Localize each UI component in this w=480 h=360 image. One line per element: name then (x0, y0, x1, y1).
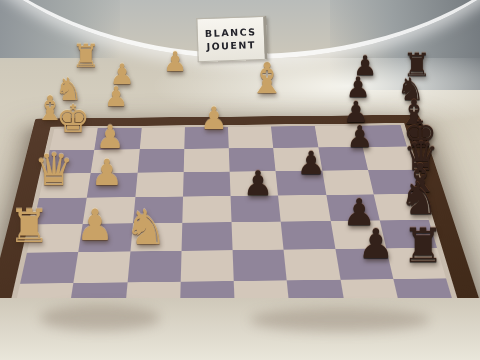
board-reflection (250, 308, 430, 332)
piece-black-pawn-a7[interactable]: ♟ (358, 224, 395, 265)
piece-white-rook-a1[interactable]: ♜ (8, 203, 49, 249)
piece-white-knight-a3[interactable]: ♞ (124, 203, 167, 251)
piece-white-pawn-e4[interactable]: ♟ (200, 103, 228, 134)
square-f3[interactable] (135, 172, 184, 197)
square-d4[interactable] (181, 222, 232, 251)
square-h3[interactable] (139, 127, 184, 149)
square-d5[interactable] (232, 222, 284, 251)
piece-white-pawn-f2[interactable]: ♟ (104, 83, 128, 110)
piece-black-rook-a8[interactable]: ♜ (402, 222, 444, 269)
square-c3[interactable] (127, 251, 181, 282)
square-c5[interactable] (233, 250, 287, 281)
piece-black-pawn-d6[interactable]: ♟ (297, 147, 326, 179)
piece-black-pawn-e7[interactable]: ♟ (347, 122, 374, 152)
piece-white-rook-h1[interactable]: ♜ (72, 40, 101, 72)
square-e4[interactable] (182, 196, 231, 223)
piece-white-pawn-d2[interactable]: ♟ (96, 121, 125, 153)
square-c1[interactable] (20, 252, 78, 283)
square-g4[interactable] (183, 148, 229, 171)
piece-black-knight-b8[interactable]: ♞ (399, 177, 438, 221)
square-e6[interactable] (278, 195, 330, 222)
photo-scene: ♜♟♟♞♟♝♚♝♟♟♛♟♟♞♜♜♟♟♞♟♝♟♚♟♛♟♝♟♞♟♜ BLANCS J… (0, 0, 480, 360)
sign-line2: JOUENT (206, 39, 256, 52)
square-c4[interactable] (180, 250, 233, 281)
piece-black-pawn-c5[interactable]: ♟ (243, 166, 273, 200)
square-g3[interactable] (137, 149, 184, 172)
square-f4[interactable] (183, 171, 231, 196)
piece-white-bishop-g5[interactable]: ♝ (248, 58, 286, 100)
piece-white-pawn-c2[interactable]: ♟ (91, 155, 123, 191)
square-c2[interactable] (74, 252, 130, 283)
piece-white-queen-d1[interactable]: ♛ (34, 147, 74, 192)
board-reflection (40, 305, 160, 331)
square-c6[interactable] (284, 249, 340, 280)
piece-white-king-e1[interactable]: ♚ (56, 100, 90, 138)
white-to-play-sign: BLANCS JOUENT (196, 16, 267, 62)
square-d6[interactable] (281, 221, 335, 250)
sign-line1: BLANCS (205, 26, 257, 39)
piece-white-pawn-a2[interactable]: ♟ (76, 204, 115, 247)
square-h5[interactable] (228, 127, 273, 149)
piece-white-pawn-h3[interactable]: ♟ (163, 48, 187, 75)
